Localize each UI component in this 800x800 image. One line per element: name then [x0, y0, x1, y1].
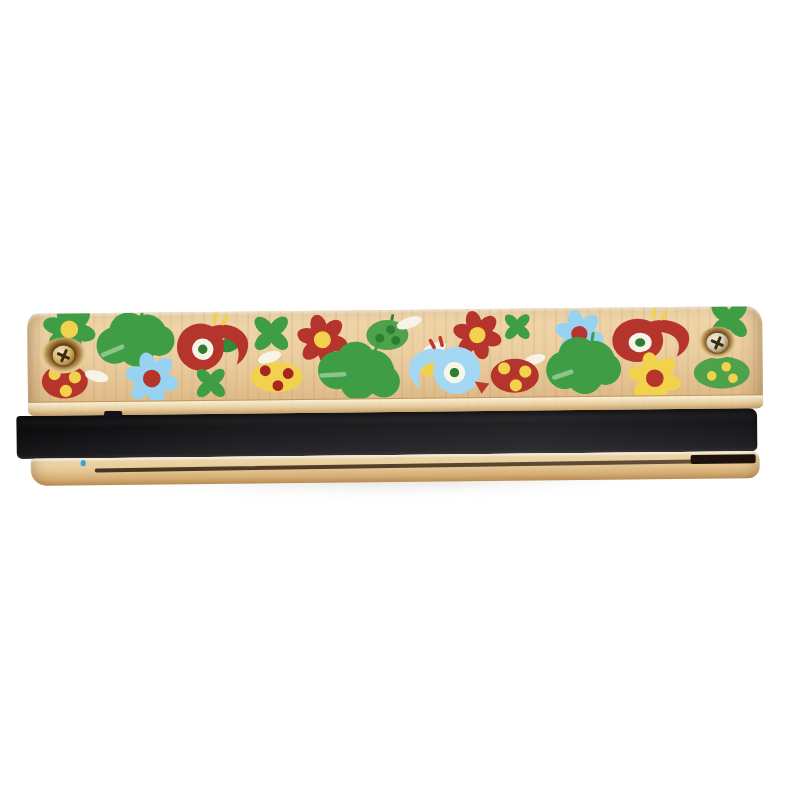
screw-left [40, 337, 86, 373]
decoration-clover [251, 313, 292, 354]
decoration-bird [177, 312, 249, 371]
product-photo [0, 0, 800, 800]
decoration-apple [694, 356, 750, 389]
decoration-bug [491, 358, 539, 393]
wooden-harmonica [27, 306, 764, 486]
decoration-apple [366, 314, 408, 351]
decoration-bug [251, 362, 303, 393]
comb-step-notch [104, 411, 122, 419]
plate-seam [95, 460, 695, 473]
plate-seam-gap [691, 454, 756, 464]
decoration-clover [194, 366, 229, 401]
screw-head [706, 333, 728, 353]
black-comb [16, 408, 757, 459]
blue-paint-speck [81, 460, 86, 466]
screw-right [698, 326, 736, 358]
screw-head [52, 345, 74, 365]
top-cover-plate [27, 306, 763, 416]
painted-decorations [27, 306, 763, 402]
decoration-clover [502, 312, 532, 342]
decoration-leaf [541, 328, 624, 399]
